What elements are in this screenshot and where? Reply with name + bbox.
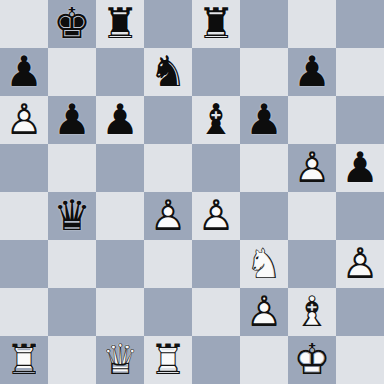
square-b7[interactable] [48,48,96,96]
white-pawn-outline: ♙ [144,192,192,240]
square-e2[interactable] [192,288,240,336]
square-g5[interactable]: ♟♙ [288,144,336,192]
square-c6[interactable]: ♟ [96,96,144,144]
white-queen[interactable]: ♛♕ [96,336,144,384]
black-pawn[interactable]: ♟ [96,96,144,144]
square-a8[interactable] [0,0,48,48]
square-h1[interactable] [336,336,384,384]
square-f6[interactable]: ♟ [240,96,288,144]
square-a3[interactable] [0,240,48,288]
square-d8[interactable] [144,0,192,48]
black-pawn[interactable]: ♟ [0,48,48,96]
square-g4[interactable] [288,192,336,240]
black-pawn-glyph: ♟ [0,48,48,96]
white-bishop-outline: ♗ [288,288,336,336]
square-g6[interactable] [288,96,336,144]
black-queen-glyph: ♛ [48,192,96,240]
square-d7[interactable]: ♞ [144,48,192,96]
white-king[interactable]: ♚♔ [288,336,336,384]
white-pawn-outline: ♙ [192,192,240,240]
black-pawn[interactable]: ♟ [288,48,336,96]
white-rook[interactable]: ♜♖ [144,336,192,384]
square-b1[interactable] [48,336,96,384]
square-h8[interactable] [336,0,384,48]
black-pawn-glyph: ♟ [288,48,336,96]
white-queen-outline: ♕ [96,336,144,384]
white-pawn-outline: ♙ [0,96,48,144]
black-pawn-glyph: ♟ [336,144,384,192]
square-a1[interactable]: ♜♖ [0,336,48,384]
square-f3[interactable]: ♞♘ [240,240,288,288]
square-c5[interactable] [96,144,144,192]
square-e4[interactable]: ♟♙ [192,192,240,240]
black-pawn[interactable]: ♟ [48,96,96,144]
white-knight-outline: ♘ [240,240,288,288]
square-h6[interactable] [336,96,384,144]
square-d3[interactable] [144,240,192,288]
square-e7[interactable] [192,48,240,96]
white-bishop[interactable]: ♝♗ [288,288,336,336]
square-h2[interactable] [336,288,384,336]
square-f5[interactable] [240,144,288,192]
square-h3[interactable]: ♟♙ [336,240,384,288]
black-pawn-glyph: ♟ [240,96,288,144]
white-pawn[interactable]: ♟♙ [240,288,288,336]
white-pawn[interactable]: ♟♙ [288,144,336,192]
square-d5[interactable] [144,144,192,192]
square-c8[interactable]: ♜ [96,0,144,48]
square-g3[interactable] [288,240,336,288]
black-knight-glyph: ♞ [144,48,192,96]
chess-board: ♚♜♜♟♞♟♟♙♟♟♝♟♟♙♟♛♟♙♟♙♞♘♟♙♟♙♝♗♜♖♛♕♜♖♚♔ [0,0,384,384]
square-g2[interactable]: ♝♗ [288,288,336,336]
square-h4[interactable] [336,192,384,240]
white-pawn-outline: ♙ [240,288,288,336]
white-pawn[interactable]: ♟♙ [0,96,48,144]
square-f1[interactable] [240,336,288,384]
square-c7[interactable] [96,48,144,96]
black-pawn[interactable]: ♟ [240,96,288,144]
white-rook-outline: ♖ [0,336,48,384]
square-a7[interactable]: ♟ [0,48,48,96]
square-e3[interactable] [192,240,240,288]
white-rook-outline: ♖ [144,336,192,384]
black-rook-glyph: ♜ [192,0,240,48]
square-d1[interactable]: ♜♖ [144,336,192,384]
square-d6[interactable] [144,96,192,144]
black-bishop[interactable]: ♝ [192,96,240,144]
square-b6[interactable]: ♟ [48,96,96,144]
white-pawn-outline: ♙ [336,240,384,288]
white-knight[interactable]: ♞♘ [240,240,288,288]
square-b8[interactable]: ♚ [48,0,96,48]
white-pawn[interactable]: ♟♙ [336,240,384,288]
black-king-glyph: ♚ [48,0,96,48]
square-e6[interactable]: ♝ [192,96,240,144]
black-pawn-glyph: ♟ [48,96,96,144]
square-f2[interactable]: ♟♙ [240,288,288,336]
square-d2[interactable] [144,288,192,336]
black-pawn[interactable]: ♟ [336,144,384,192]
square-g1[interactable]: ♚♔ [288,336,336,384]
square-g7[interactable]: ♟ [288,48,336,96]
black-rook-glyph: ♜ [96,0,144,48]
black-king[interactable]: ♚ [48,0,96,48]
black-bishop-glyph: ♝ [192,96,240,144]
white-king-outline: ♔ [288,336,336,384]
black-rook[interactable]: ♜ [192,0,240,48]
square-d4[interactable]: ♟♙ [144,192,192,240]
square-e5[interactable] [192,144,240,192]
square-b2[interactable] [48,288,96,336]
white-pawn-outline: ♙ [288,144,336,192]
square-c1[interactable]: ♛♕ [96,336,144,384]
square-f4[interactable] [240,192,288,240]
black-queen[interactable]: ♛ [48,192,96,240]
black-knight[interactable]: ♞ [144,48,192,96]
white-rook[interactable]: ♜♖ [0,336,48,384]
square-b5[interactable] [48,144,96,192]
square-c2[interactable] [96,288,144,336]
white-pawn[interactable]: ♟♙ [144,192,192,240]
square-a4[interactable] [0,192,48,240]
square-a5[interactable] [0,144,48,192]
square-a6[interactable]: ♟♙ [0,96,48,144]
square-c3[interactable] [96,240,144,288]
square-h5[interactable]: ♟ [336,144,384,192]
square-f7[interactable] [240,48,288,96]
square-e1[interactable] [192,336,240,384]
square-a2[interactable] [0,288,48,336]
square-g8[interactable] [288,0,336,48]
square-h7[interactable] [336,48,384,96]
square-c4[interactable] [96,192,144,240]
square-e8[interactable]: ♜ [192,0,240,48]
black-pawn-glyph: ♟ [96,96,144,144]
white-pawn[interactable]: ♟♙ [192,192,240,240]
black-rook[interactable]: ♜ [96,0,144,48]
square-f8[interactable] [240,0,288,48]
square-b3[interactable] [48,240,96,288]
square-b4[interactable]: ♛ [48,192,96,240]
